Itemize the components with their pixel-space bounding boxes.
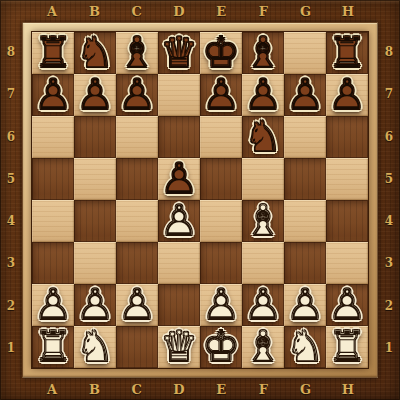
square-a3[interactable] <box>32 242 74 284</box>
rank-label-2: 2 <box>378 285 400 327</box>
black-knight-outline-icon: ♘ <box>74 32 116 74</box>
rank-label-5: 5 <box>378 158 400 200</box>
square-d5[interactable]: ♟♙ <box>158 158 200 200</box>
black-pawn-outline-icon: ♙ <box>200 74 242 116</box>
square-c3[interactable] <box>116 242 158 284</box>
square-g1[interactable]: ♞♘ <box>284 326 326 368</box>
white-rook-outline-icon: ♖ <box>326 326 368 368</box>
square-d2[interactable] <box>158 284 200 326</box>
file-label-f: F <box>242 378 284 400</box>
file-label-d: D <box>158 378 200 400</box>
square-b1[interactable]: ♞♘ <box>74 326 116 368</box>
square-d3[interactable] <box>158 242 200 284</box>
square-a4[interactable] <box>32 200 74 242</box>
piece-black-pawn[interactable]: ♟♙ <box>326 74 368 116</box>
black-pawn-outline-icon: ♙ <box>284 74 326 116</box>
square-b7[interactable]: ♟♙ <box>74 74 116 116</box>
piece-white-pawn[interactable]: ♟♙ <box>74 284 116 326</box>
piece-black-knight[interactable]: ♞♘ <box>242 116 284 158</box>
square-b2[interactable]: ♟♙ <box>74 284 116 326</box>
rank-labels-left: 87654321 <box>0 31 22 369</box>
white-rook-outline-icon: ♖ <box>32 326 74 368</box>
piece-black-bishop[interactable]: ♝♗ <box>116 32 158 74</box>
square-b5[interactable] <box>74 158 116 200</box>
square-d7[interactable] <box>158 74 200 116</box>
piece-black-pawn[interactable]: ♟♙ <box>74 74 116 116</box>
square-e3[interactable] <box>200 242 242 284</box>
rank-label-3: 3 <box>378 242 400 284</box>
piece-white-knight[interactable]: ♞♘ <box>74 326 116 368</box>
square-f1[interactable]: ♝♗ <box>242 326 284 368</box>
board-bevel-border: ♜♖♞♘♝♗♛♕♚♔♝♗♜♖♟♙♟♙♟♙♟♙♟♙♟♙♟♙♞♘♟♙♟♙♝♗♟♙♟♙… <box>22 22 378 378</box>
black-king-outline-icon: ♔ <box>200 32 242 74</box>
square-e4[interactable] <box>200 200 242 242</box>
piece-black-pawn[interactable]: ♟♙ <box>200 74 242 116</box>
file-label-a: A <box>31 378 73 400</box>
black-pawn-outline-icon: ♙ <box>116 74 158 116</box>
black-rook-outline-icon: ♖ <box>326 32 368 74</box>
square-a2[interactable]: ♟♙ <box>32 284 74 326</box>
black-knight-outline-icon: ♘ <box>242 116 284 158</box>
square-h4[interactable] <box>326 200 368 242</box>
black-pawn-outline-icon: ♙ <box>74 74 116 116</box>
square-a1[interactable]: ♜♖ <box>32 326 74 368</box>
piece-white-rook[interactable]: ♜♖ <box>326 326 368 368</box>
white-bishop-outline-icon: ♗ <box>242 326 284 368</box>
square-a8[interactable]: ♜♖ <box>32 32 74 74</box>
piece-black-queen[interactable]: ♛♕ <box>158 32 200 74</box>
white-pawn-outline-icon: ♙ <box>284 284 326 326</box>
square-d8[interactable]: ♛♕ <box>158 32 200 74</box>
rank-label-2: 2 <box>0 285 22 327</box>
piece-white-pawn[interactable]: ♟♙ <box>158 200 200 242</box>
file-label-a: A <box>31 0 73 22</box>
piece-black-pawn[interactable]: ♟♙ <box>116 74 158 116</box>
file-label-e: E <box>200 378 242 400</box>
square-c2[interactable]: ♟♙ <box>116 284 158 326</box>
piece-white-king[interactable]: ♚♔ <box>200 326 242 368</box>
black-bishop-outline-icon: ♗ <box>242 32 284 74</box>
white-pawn-outline-icon: ♙ <box>242 284 284 326</box>
piece-white-pawn[interactable]: ♟♙ <box>32 284 74 326</box>
square-f2[interactable]: ♟♙ <box>242 284 284 326</box>
square-e6[interactable] <box>200 116 242 158</box>
board: ♜♖♞♘♝♗♛♕♚♔♝♗♜♖♟♙♟♙♟♙♟♙♟♙♟♙♟♙♞♘♟♙♟♙♝♗♟♙♟♙… <box>32 32 368 368</box>
square-g7[interactable]: ♟♙ <box>284 74 326 116</box>
square-e5[interactable] <box>200 158 242 200</box>
rank-label-8: 8 <box>0 31 22 73</box>
file-labels-top: ABCDEFGH <box>31 0 369 22</box>
white-king-outline-icon: ♔ <box>200 326 242 368</box>
square-a7[interactable]: ♟♙ <box>32 74 74 116</box>
square-b6[interactable] <box>74 116 116 158</box>
file-label-e: E <box>200 0 242 22</box>
piece-white-queen[interactable]: ♛♕ <box>158 326 200 368</box>
piece-black-pawn[interactable]: ♟♙ <box>284 74 326 116</box>
rank-label-1: 1 <box>378 327 400 369</box>
square-g5[interactable] <box>284 158 326 200</box>
square-f8[interactable]: ♝♗ <box>242 32 284 74</box>
file-labels-bottom: ABCDEFGH <box>31 378 369 400</box>
square-g2[interactable]: ♟♙ <box>284 284 326 326</box>
piece-white-knight[interactable]: ♞♘ <box>284 326 326 368</box>
square-g6[interactable] <box>284 116 326 158</box>
file-label-b: B <box>73 378 115 400</box>
square-c1[interactable] <box>116 326 158 368</box>
square-g4[interactable] <box>284 200 326 242</box>
piece-black-rook[interactable]: ♜♖ <box>32 32 74 74</box>
file-label-g: G <box>285 378 327 400</box>
piece-white-pawn[interactable]: ♟♙ <box>284 284 326 326</box>
square-b8[interactable]: ♞♘ <box>74 32 116 74</box>
rank-label-6: 6 <box>378 116 400 158</box>
square-e7[interactable]: ♟♙ <box>200 74 242 116</box>
rank-label-6: 6 <box>0 116 22 158</box>
square-h6[interactable] <box>326 116 368 158</box>
white-queen-outline-icon: ♕ <box>158 326 200 368</box>
square-h2[interactable]: ♟♙ <box>326 284 368 326</box>
black-pawn-outline-icon: ♙ <box>242 74 284 116</box>
white-pawn-outline-icon: ♙ <box>158 200 200 242</box>
file-label-h: H <box>327 0 369 22</box>
white-pawn-outline-icon: ♙ <box>200 284 242 326</box>
piece-white-pawn[interactable]: ♟♙ <box>242 284 284 326</box>
piece-white-pawn[interactable]: ♟♙ <box>116 284 158 326</box>
square-b4[interactable] <box>74 200 116 242</box>
white-knight-outline-icon: ♘ <box>74 326 116 368</box>
white-knight-outline-icon: ♘ <box>284 326 326 368</box>
square-h1[interactable]: ♜♖ <box>326 326 368 368</box>
white-pawn-outline-icon: ♙ <box>74 284 116 326</box>
white-bishop-outline-icon: ♗ <box>242 200 284 242</box>
rank-label-8: 8 <box>378 31 400 73</box>
piece-black-pawn[interactable]: ♟♙ <box>32 74 74 116</box>
square-h7[interactable]: ♟♙ <box>326 74 368 116</box>
file-label-g: G <box>285 0 327 22</box>
square-g8[interactable] <box>284 32 326 74</box>
piece-black-rook[interactable]: ♜♖ <box>326 32 368 74</box>
black-pawn-outline-icon: ♙ <box>32 74 74 116</box>
file-label-h: H <box>327 378 369 400</box>
square-e1[interactable]: ♚♔ <box>200 326 242 368</box>
square-a5[interactable] <box>32 158 74 200</box>
file-label-c: C <box>116 378 158 400</box>
square-h3[interactable] <box>326 242 368 284</box>
piece-black-pawn[interactable]: ♟♙ <box>158 158 200 200</box>
black-rook-outline-icon: ♖ <box>32 32 74 74</box>
square-f4[interactable]: ♝♗ <box>242 200 284 242</box>
rank-label-1: 1 <box>0 327 22 369</box>
square-c6[interactable] <box>116 116 158 158</box>
square-h5[interactable] <box>326 158 368 200</box>
piece-black-knight[interactable]: ♞♘ <box>74 32 116 74</box>
piece-white-pawn[interactable]: ♟♙ <box>326 284 368 326</box>
piece-black-bishop[interactable]: ♝♗ <box>242 32 284 74</box>
square-h8[interactable]: ♜♖ <box>326 32 368 74</box>
black-pawn-outline-icon: ♙ <box>326 74 368 116</box>
piece-white-rook[interactable]: ♜♖ <box>32 326 74 368</box>
square-d4[interactable]: ♟♙ <box>158 200 200 242</box>
square-c5[interactable] <box>116 158 158 200</box>
square-a6[interactable] <box>32 116 74 158</box>
black-bishop-outline-icon: ♗ <box>116 32 158 74</box>
file-label-d: D <box>158 0 200 22</box>
square-f6[interactable]: ♞♘ <box>242 116 284 158</box>
chess-board-frame: ABCDEFGH ABCDEFGH 87654321 87654321 ♜♖♞♘… <box>0 0 400 400</box>
white-pawn-outline-icon: ♙ <box>116 284 158 326</box>
square-e2[interactable]: ♟♙ <box>200 284 242 326</box>
white-pawn-outline-icon: ♙ <box>326 284 368 326</box>
white-pawn-outline-icon: ♙ <box>32 284 74 326</box>
square-f7[interactable]: ♟♙ <box>242 74 284 116</box>
rank-labels-right: 87654321 <box>378 31 400 369</box>
rank-label-5: 5 <box>0 158 22 200</box>
square-c4[interactable] <box>116 200 158 242</box>
piece-white-bishop[interactable]: ♝♗ <box>242 200 284 242</box>
file-label-f: F <box>242 0 284 22</box>
piece-black-king[interactable]: ♚♔ <box>200 32 242 74</box>
rank-label-3: 3 <box>0 242 22 284</box>
square-f5[interactable] <box>242 158 284 200</box>
rank-label-4: 4 <box>378 200 400 242</box>
square-d6[interactable] <box>158 116 200 158</box>
file-label-b: B <box>73 0 115 22</box>
rank-label-7: 7 <box>378 73 400 115</box>
piece-white-bishop[interactable]: ♝♗ <box>242 326 284 368</box>
piece-black-pawn[interactable]: ♟♙ <box>242 74 284 116</box>
square-b3[interactable] <box>74 242 116 284</box>
rank-label-7: 7 <box>0 73 22 115</box>
file-label-c: C <box>116 0 158 22</box>
square-e8[interactable]: ♚♔ <box>200 32 242 74</box>
square-f3[interactable] <box>242 242 284 284</box>
black-pawn-outline-icon: ♙ <box>158 158 200 200</box>
square-c8[interactable]: ♝♗ <box>116 32 158 74</box>
black-queen-outline-icon: ♕ <box>158 32 200 74</box>
square-d1[interactable]: ♛♕ <box>158 326 200 368</box>
square-c7[interactable]: ♟♙ <box>116 74 158 116</box>
rank-label-4: 4 <box>0 200 22 242</box>
square-g3[interactable] <box>284 242 326 284</box>
piece-white-pawn[interactable]: ♟♙ <box>200 284 242 326</box>
